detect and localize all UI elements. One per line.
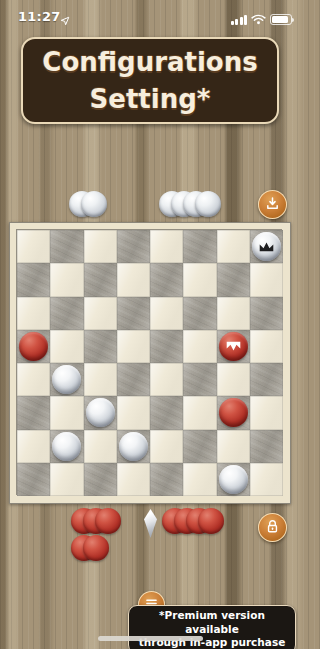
title-line-1: Configurations [42,44,257,81]
wifi-icon [251,10,266,29]
home-indicator[interactable] [98,636,203,641]
board-square-r1c6[interactable] [183,230,216,263]
board-square-r5c2[interactable] [50,363,83,396]
board-square-r8c7[interactable] [217,463,250,496]
white-man-piece[interactable] [86,398,115,427]
board-square-r7c3[interactable] [84,430,117,463]
download-icon [265,196,280,214]
board-square-r3c4[interactable] [117,297,150,330]
board-square-r2c8[interactable] [250,263,283,296]
premium-tooltip: *Premium version available through in-ap… [128,605,296,649]
board-square-r1c4[interactable] [117,230,150,263]
board-square-r8c3[interactable] [84,463,117,496]
download-button[interactable] [258,190,287,219]
board-square-r3c6[interactable] [183,297,216,330]
white-man-piece[interactable] [219,465,248,494]
board-square-r6c1[interactable] [17,396,50,429]
board-square-r7c6[interactable] [183,430,216,463]
board-square-r4c6[interactable] [183,330,216,363]
board-square-r8c6[interactable] [183,463,216,496]
captured-white-group-2 [159,191,221,217]
captured-white-piece [195,191,221,217]
board-square-r1c2[interactable] [50,230,83,263]
battery-icon [270,14,292,25]
board-grid [16,229,282,495]
white-man-piece[interactable] [52,432,81,461]
board-square-r6c8[interactable] [250,396,283,429]
board-square-r2c6[interactable] [183,263,216,296]
turn-marker-diamond [144,509,157,538]
board-square-r3c5[interactable] [150,297,183,330]
board-square-r7c7[interactable] [217,430,250,463]
board-square-r4c1[interactable] [17,330,50,363]
clock: 11:27 [18,9,60,24]
board-square-r4c8[interactable] [250,330,283,363]
board-square-r2c2[interactable] [50,263,83,296]
board-square-r6c2[interactable] [50,396,83,429]
board-square-r8c5[interactable] [150,463,183,496]
board-square-r5c5[interactable] [150,363,183,396]
king-crown-icon [225,340,242,352]
red-man-piece[interactable] [219,398,248,427]
board-square-r5c6[interactable] [183,363,216,396]
board-square-r3c8[interactable] [250,297,283,330]
board-square-r3c1[interactable] [17,297,50,330]
red-king-piece[interactable] [219,332,248,361]
board-square-r3c3[interactable] [84,297,117,330]
board-square-r5c7[interactable] [217,363,250,396]
board-square-r3c7[interactable] [217,297,250,330]
board-square-r7c8[interactable] [250,430,283,463]
board-square-r7c4[interactable] [117,430,150,463]
board-square-r4c2[interactable] [50,330,83,363]
screen-title: Configurations Setting* [21,37,279,124]
status-bar: 11:27 [0,8,300,26]
board-square-r5c8[interactable] [250,363,283,396]
board-square-r4c7[interactable] [217,330,250,363]
board-square-r1c7[interactable] [217,230,250,263]
board-square-r4c5[interactable] [150,330,183,363]
board-square-r2c4[interactable] [117,263,150,296]
board-square-r7c2[interactable] [50,430,83,463]
captured-red-group-3 [71,535,109,561]
white-man-piece[interactable] [119,432,148,461]
captured-red-piece [83,535,109,561]
captured-white-piece [81,191,107,217]
white-man-piece[interactable] [52,365,81,394]
checkers-board [9,222,291,504]
board-square-r2c5[interactable] [150,263,183,296]
cellular-signal-icon [231,14,248,25]
board-square-r8c2[interactable] [50,463,83,496]
board-square-r2c3[interactable] [84,263,117,296]
board-square-r8c8[interactable] [250,463,283,496]
board-square-r2c7[interactable] [217,263,250,296]
board-square-r7c1[interactable] [17,430,50,463]
captured-red-group-1 [71,508,121,534]
white-king-piece[interactable] [252,232,281,261]
board-square-r1c5[interactable] [150,230,183,263]
lock-button[interactable] [258,513,287,542]
board-square-r5c1[interactable] [17,363,50,396]
board-square-r6c5[interactable] [150,396,183,429]
king-crown-icon [258,241,275,253]
board-square-r6c6[interactable] [183,396,216,429]
board-square-r4c4[interactable] [117,330,150,363]
padlock-icon [265,519,280,537]
board-square-r8c4[interactable] [117,463,150,496]
board-square-r2c1[interactable] [17,263,50,296]
board-square-r3c2[interactable] [50,297,83,330]
board-square-r1c8[interactable] [250,230,283,263]
board-square-r1c1[interactable] [17,230,50,263]
captured-white-group-1 [69,191,107,217]
board-square-r6c7[interactable] [217,396,250,429]
board-square-r6c3[interactable] [84,396,117,429]
board-square-r5c3[interactable] [84,363,117,396]
tooltip-line-1: *Premium version available [133,609,291,636]
board-square-r6c4[interactable] [117,396,150,429]
board-square-r1c3[interactable] [84,230,117,263]
checkers-app-screen: { "status_bar": { "time": "11:27", "icon… [0,0,300,649]
board-square-r8c1[interactable] [17,463,50,496]
captured-red-piece [198,508,224,534]
captured-red-piece [95,508,121,534]
location-arrow-icon [60,11,70,30]
red-man-piece[interactable] [19,332,48,361]
board-square-r4c3[interactable] [84,330,117,363]
board-square-r7c5[interactable] [150,430,183,463]
title-line-2: Setting* [90,81,211,118]
captured-red-group-2 [162,508,224,534]
board-square-r5c4[interactable] [117,363,150,396]
